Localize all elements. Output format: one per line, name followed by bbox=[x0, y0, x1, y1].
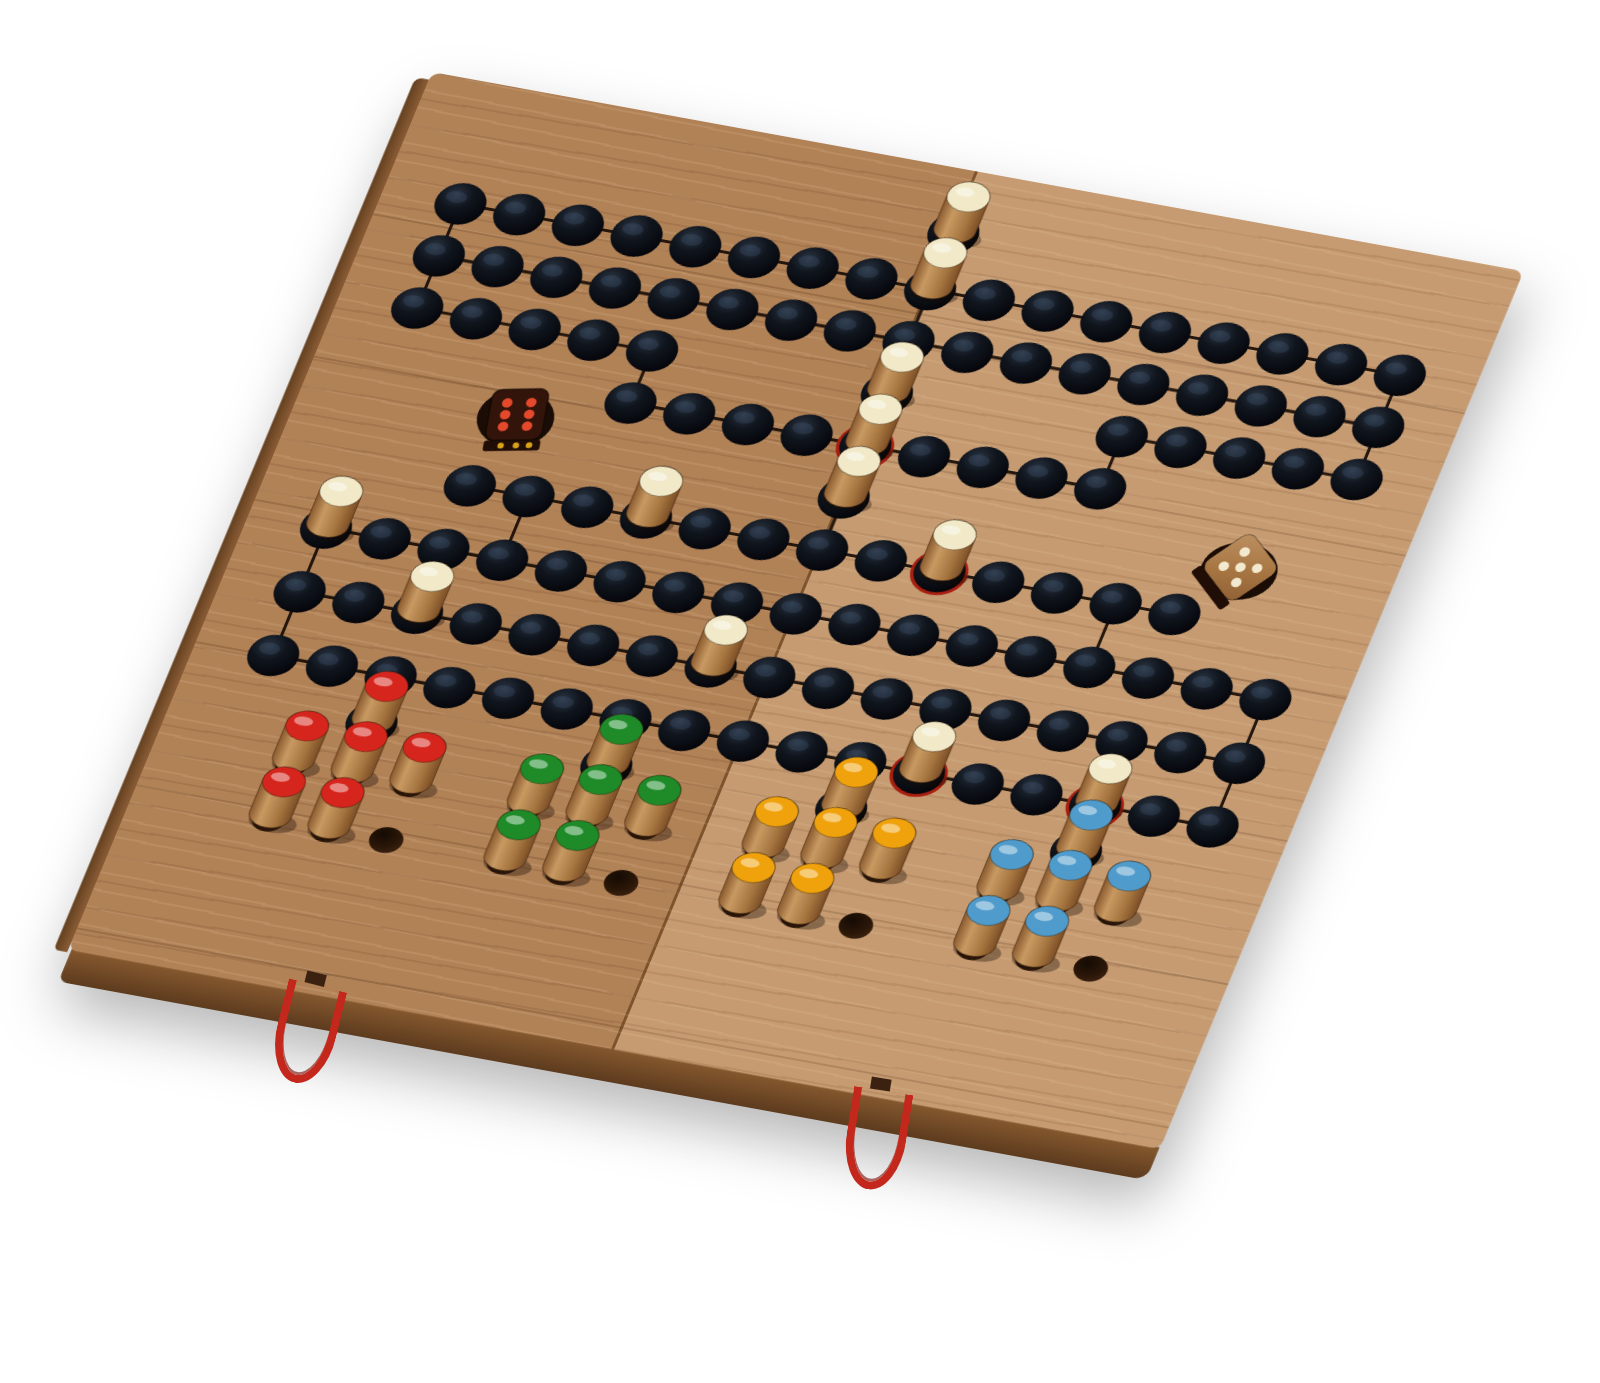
die-top-face bbox=[484, 389, 550, 441]
die-left[interactable] bbox=[463, 378, 566, 461]
peg-red-S1_3[interactable] bbox=[384, 729, 460, 802]
hole-F_14[interactable] bbox=[1115, 653, 1181, 703]
hole-C_14[interactable] bbox=[1206, 433, 1272, 483]
hole-C_12[interactable] bbox=[1089, 412, 1155, 462]
hole-B_4[interactable] bbox=[641, 274, 707, 324]
hole-H_4[interactable] bbox=[475, 674, 541, 724]
peg-orange-S1_11[interactable] bbox=[853, 815, 929, 888]
photo-stage: Barricade (Malefiz) — wooden folding peg… bbox=[0, 0, 1600, 1383]
hole-F_8[interactable] bbox=[763, 589, 829, 639]
hole-H_12[interactable] bbox=[945, 759, 1011, 809]
hole-F_1[interactable] bbox=[352, 514, 418, 564]
hole-A_9[interactable] bbox=[956, 275, 1022, 325]
hole-E_4[interactable] bbox=[554, 482, 620, 532]
hole-G_12[interactable] bbox=[971, 696, 1037, 746]
hole-B_13[interactable] bbox=[1169, 370, 1235, 420]
hole-B_9[interactable] bbox=[934, 328, 1000, 378]
hole-H_0[interactable] bbox=[240, 631, 306, 681]
hole-D_12[interactable] bbox=[1067, 464, 1133, 514]
hole-G_1[interactable] bbox=[325, 578, 391, 628]
hole-G_13[interactable] bbox=[1030, 706, 1096, 756]
hole-E_2[interactable] bbox=[437, 461, 503, 511]
hole-D_10[interactable] bbox=[950, 443, 1016, 493]
hole-B_15[interactable] bbox=[1286, 392, 1352, 442]
hole-G_9[interactable] bbox=[795, 663, 861, 713]
hole-E_9[interactable] bbox=[848, 536, 914, 586]
hole-D_5[interactable] bbox=[656, 389, 722, 439]
hole-F_5[interactable] bbox=[586, 557, 652, 607]
hole-G_0[interactable] bbox=[267, 567, 333, 617]
hole-G_4[interactable] bbox=[501, 610, 567, 660]
hole-C_4[interactable] bbox=[619, 326, 685, 376]
hole-F_11[interactable] bbox=[939, 621, 1005, 671]
start-hole-S2_3[interactable] bbox=[365, 825, 408, 856]
start-hole-S2_11[interactable] bbox=[834, 910, 877, 941]
start-hole-S2_15[interactable] bbox=[1069, 953, 1112, 984]
hole-A_11[interactable] bbox=[1073, 297, 1139, 347]
hole-E_8[interactable] bbox=[789, 525, 855, 575]
hole-C_13[interactable] bbox=[1147, 423, 1213, 473]
hole-A_4[interactable] bbox=[662, 222, 728, 272]
hole-G_6[interactable] bbox=[619, 631, 685, 681]
hole-G_5[interactable] bbox=[560, 621, 626, 671]
hole-F_16[interactable] bbox=[1232, 675, 1298, 725]
hole-A_6[interactable] bbox=[780, 243, 846, 293]
hole-H_3[interactable] bbox=[416, 663, 482, 713]
hole-E_11[interactable] bbox=[965, 557, 1031, 607]
hole-F_13[interactable] bbox=[1056, 643, 1122, 693]
hole-A_12[interactable] bbox=[1132, 308, 1198, 358]
hole-B_2[interactable] bbox=[523, 253, 589, 303]
hole-B_1[interactable] bbox=[464, 242, 530, 292]
hole-B_11[interactable] bbox=[1052, 349, 1118, 399]
hole-H_8[interactable] bbox=[710, 716, 776, 766]
hole-H_7[interactable] bbox=[651, 706, 717, 756]
hole-F_3[interactable] bbox=[469, 535, 535, 585]
peg-blue-S1_15[interactable] bbox=[1088, 858, 1164, 931]
hole-B_14[interactable] bbox=[1228, 381, 1294, 431]
hole-H_13[interactable] bbox=[1003, 770, 1069, 820]
hole-E_13[interactable] bbox=[1083, 579, 1149, 629]
hole-D_9[interactable] bbox=[891, 432, 957, 482]
hole-E_14[interactable] bbox=[1141, 590, 1207, 640]
hole-F_12[interactable] bbox=[997, 632, 1063, 682]
hole-F_10[interactable] bbox=[880, 610, 946, 660]
hole-G_3[interactable] bbox=[443, 599, 509, 649]
hole-C_2[interactable] bbox=[502, 305, 568, 355]
hole-D_11[interactable] bbox=[1008, 453, 1074, 503]
hole-H_5[interactable] bbox=[534, 684, 600, 734]
hole-A_7[interactable] bbox=[838, 254, 904, 304]
hole-A_0[interactable] bbox=[427, 179, 493, 229]
hole-B_5[interactable] bbox=[699, 285, 765, 335]
hole-E_3[interactable] bbox=[495, 472, 561, 522]
hole-E_6[interactable] bbox=[672, 504, 738, 554]
hole-B_0[interactable] bbox=[406, 231, 472, 281]
hole-A_13[interactable] bbox=[1191, 318, 1257, 368]
hole-F_9[interactable] bbox=[821, 600, 887, 650]
hole-A_10[interactable] bbox=[1014, 286, 1080, 336]
hole-C_1[interactable] bbox=[443, 294, 509, 344]
hole-D_4[interactable] bbox=[597, 378, 663, 428]
start-hole-S2_7[interactable] bbox=[599, 867, 642, 898]
hole-C_15[interactable] bbox=[1265, 444, 1331, 494]
hole-A_2[interactable] bbox=[545, 200, 611, 250]
hole-A_5[interactable] bbox=[721, 233, 787, 283]
hole-G_10[interactable] bbox=[854, 674, 920, 724]
hole-F_6[interactable] bbox=[645, 568, 711, 618]
hole-H_16[interactable] bbox=[1179, 802, 1245, 852]
hole-C_0[interactable] bbox=[384, 283, 450, 333]
hole-C_3[interactable] bbox=[560, 315, 626, 365]
hole-G_16[interactable] bbox=[1206, 738, 1272, 788]
hole-B_7[interactable] bbox=[817, 306, 883, 356]
hole-A_1[interactable] bbox=[486, 190, 552, 240]
hole-B_12[interactable] bbox=[1110, 360, 1176, 410]
hole-D_7[interactable] bbox=[774, 410, 840, 460]
hole-A_14[interactable] bbox=[1249, 329, 1315, 379]
hole-E_7[interactable] bbox=[730, 515, 796, 565]
hole-D_6[interactable] bbox=[715, 400, 781, 450]
peg-green-S1_7[interactable] bbox=[618, 772, 694, 845]
hole-B_6[interactable] bbox=[758, 295, 824, 345]
hole-B_16[interactable] bbox=[1345, 403, 1411, 453]
hole-H_9[interactable] bbox=[769, 727, 835, 777]
hole-H_1[interactable] bbox=[299, 641, 365, 691]
hole-E_12[interactable] bbox=[1024, 568, 1090, 618]
hole-F_4[interactable] bbox=[528, 546, 594, 596]
hole-C_16[interactable] bbox=[1323, 455, 1389, 505]
hole-B_3[interactable] bbox=[582, 263, 648, 313]
hole-G_8[interactable] bbox=[736, 653, 802, 703]
hole-F_15[interactable] bbox=[1174, 664, 1240, 714]
hole-A_15[interactable] bbox=[1308, 340, 1374, 390]
hole-H_15[interactable] bbox=[1121, 791, 1187, 841]
hole-A_3[interactable] bbox=[603, 211, 669, 261]
hole-G_15[interactable] bbox=[1147, 728, 1213, 778]
hole-A_16[interactable] bbox=[1367, 351, 1433, 401]
hole-B_10[interactable] bbox=[993, 338, 1059, 388]
